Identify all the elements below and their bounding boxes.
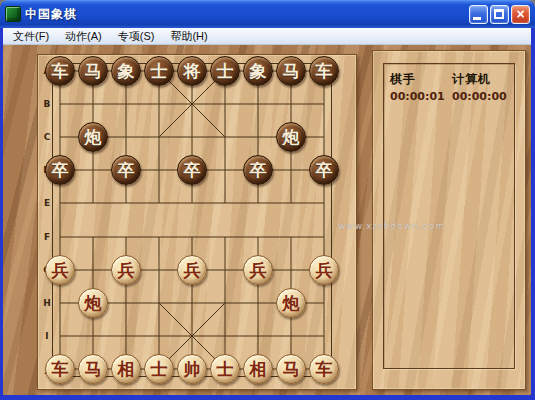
- piece-black-卒-r3c2[interactable]: 卒: [111, 155, 141, 185]
- computer-clock: 00:00:00: [452, 90, 512, 103]
- piece-black-士-r0c5[interactable]: 士: [210, 56, 240, 86]
- row-label-F: F: [40, 232, 54, 242]
- piece-black-马-r0c1[interactable]: 马: [78, 56, 108, 86]
- piece-red-马-r9c1[interactable]: 马: [78, 354, 108, 384]
- app-icon: [5, 6, 21, 22]
- menu-item-2[interactable]: 专项(S): [110, 28, 163, 45]
- info-panel: 棋手 计算机 00:00:01 00:00:00: [372, 50, 526, 390]
- piece-red-帅-r9c4[interactable]: 帅: [177, 354, 207, 384]
- maximize-button[interactable]: [490, 5, 509, 24]
- piece-black-士-r0c3[interactable]: 士: [144, 56, 174, 86]
- row-label-C: C: [40, 132, 54, 142]
- row-label-E: E: [40, 198, 54, 208]
- piece-black-象-r0c2[interactable]: 象: [111, 56, 141, 86]
- piece-red-士-r9c3[interactable]: 士: [144, 354, 174, 384]
- menu-item-1[interactable]: 动作(A): [57, 28, 110, 45]
- piece-black-卒-r3c6[interactable]: 卒: [243, 155, 273, 185]
- xiangqi-board[interactable]: ABCDEFGHIJ车马象士将士象马车炮炮卒卒卒卒卒兵兵兵兵兵炮炮车马相士帅士相…: [37, 54, 357, 390]
- watermark: www.xzshdown.com: [338, 221, 445, 231]
- close-button[interactable]: ×: [511, 5, 530, 24]
- window-border-left: [0, 28, 3, 400]
- piece-red-马-r9c7[interactable]: 马: [276, 354, 306, 384]
- piece-red-相-r9c6[interactable]: 相: [243, 354, 273, 384]
- menubar: 文件(F)动作(A)专项(S)帮助(H): [3, 28, 532, 45]
- menu-item-0[interactable]: 文件(F): [5, 28, 57, 45]
- window-border-bottom: [0, 395, 535, 400]
- piece-black-象-r0c6[interactable]: 象: [243, 56, 273, 86]
- piece-red-兵-r6c8[interactable]: 兵: [309, 255, 339, 285]
- row-label-I: I: [40, 331, 54, 341]
- piece-black-马-r0c7[interactable]: 马: [276, 56, 306, 86]
- window-title: 中国象棋: [25, 6, 467, 23]
- piece-red-相-r9c2[interactable]: 相: [111, 354, 141, 384]
- piece-red-车-r9c8[interactable]: 车: [309, 354, 339, 384]
- piece-red-车-r9c0[interactable]: 车: [45, 354, 75, 384]
- board-grid-lines: [38, 55, 356, 389]
- minimize-button[interactable]: [469, 5, 488, 24]
- piece-black-卒-r3c8[interactable]: 卒: [309, 155, 339, 185]
- close-icon: ×: [512, 5, 529, 22]
- minimize-icon: [473, 17, 481, 20]
- piece-red-炮-r7c7[interactable]: 炮: [276, 288, 306, 318]
- piece-red-兵-r6c2[interactable]: 兵: [111, 255, 141, 285]
- piece-black-卒-r3c4[interactable]: 卒: [177, 155, 207, 185]
- clock-frame: 棋手 计算机 00:00:01 00:00:00: [383, 63, 515, 369]
- app-window: 中国象棋 × 文件(F)动作(A)专项(S)帮助(H): [0, 0, 535, 400]
- player-label: 棋手: [390, 71, 444, 88]
- piece-red-兵-r6c0[interactable]: 兵: [45, 255, 75, 285]
- titlebar[interactable]: 中国象棋 ×: [0, 0, 535, 28]
- piece-red-兵-r6c6[interactable]: 兵: [243, 255, 273, 285]
- piece-black-车-r0c0[interactable]: 车: [45, 56, 75, 86]
- piece-red-炮-r7c1[interactable]: 炮: [78, 288, 108, 318]
- row-label-H: H: [40, 298, 54, 308]
- piece-black-将-r0c4[interactable]: 将: [177, 56, 207, 86]
- player-clock: 00:00:01: [390, 90, 444, 103]
- window-border-right: [531, 28, 535, 400]
- maximize-icon: [494, 9, 504, 19]
- piece-red-兵-r6c4[interactable]: 兵: [177, 255, 207, 285]
- piece-black-炮-r2c1[interactable]: 炮: [78, 122, 108, 152]
- piece-black-炮-r2c7[interactable]: 炮: [276, 122, 306, 152]
- menu-item-3[interactable]: 帮助(H): [162, 28, 215, 45]
- piece-black-卒-r3c0[interactable]: 卒: [45, 155, 75, 185]
- row-label-B: B: [40, 99, 54, 109]
- piece-black-车-r0c8[interactable]: 车: [309, 56, 339, 86]
- computer-label: 计算机: [452, 71, 512, 88]
- piece-red-士-r9c5[interactable]: 士: [210, 354, 240, 384]
